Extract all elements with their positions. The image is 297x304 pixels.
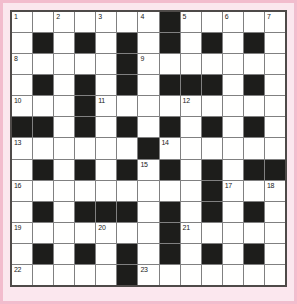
black-cell-r10c12 xyxy=(244,202,264,222)
black-cell-r10c10 xyxy=(202,202,222,222)
cell-r11c4[interactable] xyxy=(75,223,95,243)
clue-number-16: 16 xyxy=(14,181,21,190)
clue-number-17: 17 xyxy=(225,181,232,190)
black-cell-r6c4 xyxy=(75,117,95,137)
cell-r13c3[interactable] xyxy=(54,265,74,285)
black-cell-r4c8 xyxy=(160,75,180,95)
black-cell-r12c2 xyxy=(33,244,53,264)
cell-r1c12[interactable] xyxy=(244,12,264,32)
cell-r4c5[interactable] xyxy=(96,75,116,95)
cell-r1c3[interactable]: 2 xyxy=(54,12,74,32)
black-cell-r2c6 xyxy=(117,33,137,53)
black-cell-r13c6 xyxy=(117,265,137,285)
black-cell-r8c2 xyxy=(33,160,53,180)
cell-r11c1[interactable]: 19 xyxy=(12,223,32,243)
cell-r8c1[interactable] xyxy=(12,160,32,180)
cell-r13c5[interactable] xyxy=(96,265,116,285)
cell-r6c13[interactable] xyxy=(265,117,285,137)
cell-r9c3[interactable] xyxy=(54,181,74,201)
cell-r8c5[interactable] xyxy=(96,160,116,180)
cell-r5c11[interactable] xyxy=(223,96,243,116)
cell-r9c5[interactable] xyxy=(96,181,116,201)
black-cell-r8c8 xyxy=(160,160,180,180)
black-cell-r4c6 xyxy=(117,75,137,95)
cell-r1c2[interactable] xyxy=(33,12,53,32)
cell-r6c3[interactable] xyxy=(54,117,74,137)
cell-r11c11[interactable] xyxy=(223,223,243,243)
cell-r7c10[interactable] xyxy=(202,138,222,158)
cell-r1c10[interactable] xyxy=(202,12,222,32)
black-cell-r4c10 xyxy=(202,75,222,95)
black-cell-r2c12 xyxy=(244,33,264,53)
black-cell-r8c6 xyxy=(117,160,137,180)
cell-r6c9[interactable] xyxy=(181,117,201,137)
cell-r1c5[interactable]: 3 xyxy=(96,12,116,32)
cell-r13c1[interactable]: 22 xyxy=(12,265,32,285)
cell-r2c7[interactable] xyxy=(138,33,158,53)
black-cell-r8c10 xyxy=(202,160,222,180)
black-cell-r10c4 xyxy=(75,202,95,222)
cell-r7c12[interactable] xyxy=(244,138,264,158)
black-cell-r8c12 xyxy=(244,160,264,180)
cell-r13c8[interactable] xyxy=(160,265,180,285)
cell-r3c9[interactable] xyxy=(181,54,201,74)
black-cell-r4c9 xyxy=(181,75,201,95)
cell-r2c11[interactable] xyxy=(223,33,243,53)
clue-number-8: 8 xyxy=(14,54,18,63)
cell-r5c12[interactable] xyxy=(244,96,264,116)
cell-r11c13[interactable] xyxy=(265,223,285,243)
cell-r9c11[interactable]: 17 xyxy=(223,181,243,201)
clue-number-4: 4 xyxy=(140,12,144,21)
cell-r3c7[interactable]: 9 xyxy=(138,54,158,74)
cell-r10c3[interactable] xyxy=(54,202,74,222)
page-background: 1234567891011121314151617181920212223 xyxy=(0,0,297,304)
cell-r7c4[interactable] xyxy=(75,138,95,158)
cell-r1c13[interactable]: 7 xyxy=(265,12,285,32)
cell-r7c6[interactable] xyxy=(117,138,137,158)
cell-r3c1[interactable]: 8 xyxy=(12,54,32,74)
cell-r5c13[interactable] xyxy=(265,96,285,116)
black-cell-r6c8 xyxy=(160,117,180,137)
cell-r2c9[interactable] xyxy=(181,33,201,53)
clue-number-10: 10 xyxy=(14,96,21,105)
black-cell-r12c8 xyxy=(160,244,180,264)
cell-r5c7[interactable] xyxy=(138,96,158,116)
cell-r12c9[interactable] xyxy=(181,244,201,264)
black-cell-r10c6 xyxy=(117,202,137,222)
cell-r9c6[interactable] xyxy=(117,181,137,201)
black-cell-r3c6 xyxy=(117,54,137,74)
clue-number-6: 6 xyxy=(225,12,229,21)
cell-r8c7[interactable]: 15 xyxy=(138,160,158,180)
black-cell-r4c4 xyxy=(75,75,95,95)
cell-r13c4[interactable] xyxy=(75,265,95,285)
clue-number-12: 12 xyxy=(183,96,190,105)
cell-r12c3[interactable] xyxy=(54,244,74,264)
clue-number-21: 21 xyxy=(183,223,190,232)
black-cell-r10c8 xyxy=(160,202,180,222)
cell-r5c9[interactable]: 12 xyxy=(181,96,201,116)
clue-number-15: 15 xyxy=(140,160,147,169)
cell-r9c4[interactable] xyxy=(75,181,95,201)
cell-r5c8[interactable] xyxy=(160,96,180,116)
cell-r11c7[interactable] xyxy=(138,223,158,243)
black-cell-r6c1 xyxy=(12,117,32,137)
cell-r5c5[interactable]: 11 xyxy=(96,96,116,116)
clue-number-13: 13 xyxy=(14,138,21,147)
black-cell-r7c7 xyxy=(138,138,158,158)
clue-number-22: 22 xyxy=(14,265,21,274)
cell-r13c2[interactable] xyxy=(33,265,53,285)
cell-r12c7[interactable] xyxy=(138,244,158,264)
black-cell-r5c4 xyxy=(75,96,95,116)
black-cell-r2c2 xyxy=(33,33,53,53)
cell-r12c5[interactable] xyxy=(96,244,116,264)
clue-number-18: 18 xyxy=(267,181,274,190)
cell-r8c3[interactable] xyxy=(54,160,74,180)
cell-r1c11[interactable]: 6 xyxy=(223,12,243,32)
cell-r2c5[interactable] xyxy=(96,33,116,53)
cell-r7c2[interactable] xyxy=(33,138,53,158)
cell-r7c5[interactable] xyxy=(96,138,116,158)
cell-r11c9[interactable]: 21 xyxy=(181,223,201,243)
cell-r3c8[interactable] xyxy=(160,54,180,74)
cell-r11c12[interactable] xyxy=(244,223,264,243)
cell-r6c7[interactable] xyxy=(138,117,158,137)
black-cell-r8c4 xyxy=(75,160,95,180)
black-cell-r12c10 xyxy=(202,244,222,264)
black-cell-r2c8 xyxy=(160,33,180,53)
cell-r11c3[interactable] xyxy=(54,223,74,243)
cell-r8c11[interactable] xyxy=(223,160,243,180)
cell-r5c2[interactable] xyxy=(33,96,53,116)
black-cell-r6c6 xyxy=(117,117,137,137)
cell-r3c12[interactable] xyxy=(244,54,264,74)
cell-r4c1[interactable] xyxy=(12,75,32,95)
cell-r9c9[interactable] xyxy=(181,181,201,201)
cell-r6c5[interactable] xyxy=(96,117,116,137)
cell-r7c9[interactable] xyxy=(181,138,201,158)
cell-r2c3[interactable] xyxy=(54,33,74,53)
cell-r9c2[interactable] xyxy=(33,181,53,201)
cell-r9c8[interactable] xyxy=(160,181,180,201)
black-cell-r4c2 xyxy=(33,75,53,95)
cell-r11c2[interactable] xyxy=(33,223,53,243)
black-cell-r12c12 xyxy=(244,244,264,264)
black-cell-r9c10 xyxy=(202,181,222,201)
cell-r7c13[interactable] xyxy=(265,138,285,158)
cell-r1c7[interactable]: 4 xyxy=(138,12,158,32)
black-cell-r4c12 xyxy=(244,75,264,95)
cell-r13c13[interactable] xyxy=(265,265,285,285)
cell-r10c7[interactable] xyxy=(138,202,158,222)
black-cell-r8c13 xyxy=(265,160,285,180)
cell-r3c13[interactable] xyxy=(265,54,285,74)
cell-r1c1[interactable]: 1 xyxy=(12,12,32,32)
cell-r13c7[interactable]: 23 xyxy=(138,265,158,285)
cell-r11c10[interactable] xyxy=(202,223,222,243)
cell-r9c13[interactable]: 18 xyxy=(265,181,285,201)
cell-r7c1[interactable]: 13 xyxy=(12,138,32,158)
clue-number-19: 19 xyxy=(14,223,21,232)
cell-r11c5[interactable]: 20 xyxy=(96,223,116,243)
cell-r4c11[interactable] xyxy=(223,75,243,95)
cell-r10c9[interactable] xyxy=(181,202,201,222)
cell-r1c4[interactable] xyxy=(75,12,95,32)
cell-r10c11[interactable] xyxy=(223,202,243,222)
cell-r11c6[interactable] xyxy=(117,223,137,243)
cell-r3c11[interactable] xyxy=(223,54,243,74)
black-cell-r11c8 xyxy=(160,223,180,243)
cell-r10c13[interactable] xyxy=(265,202,285,222)
black-cell-r2c10 xyxy=(202,33,222,53)
black-cell-r6c12 xyxy=(244,117,264,137)
cell-r9c1[interactable]: 16 xyxy=(12,181,32,201)
black-cell-r6c10 xyxy=(202,117,222,137)
black-cell-r1c8 xyxy=(160,12,180,32)
clue-number-14: 14 xyxy=(162,138,169,147)
cell-r1c9[interactable]: 5 xyxy=(181,12,201,32)
clue-number-5: 5 xyxy=(183,12,187,21)
cell-r13c11[interactable] xyxy=(223,265,243,285)
cell-r7c3[interactable] xyxy=(54,138,74,158)
cell-r5c1[interactable]: 10 xyxy=(12,96,32,116)
cell-r12c11[interactable] xyxy=(223,244,243,264)
cell-r13c9[interactable] xyxy=(181,265,201,285)
black-cell-r6c2 xyxy=(33,117,53,137)
cell-r5c6[interactable] xyxy=(117,96,137,116)
cell-r7c8[interactable]: 14 xyxy=(160,138,180,158)
cell-r4c3[interactable] xyxy=(54,75,74,95)
clue-number-7: 7 xyxy=(267,12,271,21)
cell-r1c6[interactable] xyxy=(117,12,137,32)
cell-r4c7[interactable] xyxy=(138,75,158,95)
cell-r2c1[interactable] xyxy=(12,33,32,53)
cell-r13c12[interactable] xyxy=(244,265,264,285)
cell-r5c10[interactable] xyxy=(202,96,222,116)
clue-number-9: 9 xyxy=(140,54,144,63)
clue-number-2: 2 xyxy=(56,12,60,21)
cell-r13c10[interactable] xyxy=(202,265,222,285)
cell-r3c4[interactable] xyxy=(75,54,95,74)
cell-r10c1[interactable] xyxy=(12,202,32,222)
clue-number-20: 20 xyxy=(98,223,105,232)
cell-r2c13[interactable] xyxy=(265,33,285,53)
cell-r3c10[interactable] xyxy=(202,54,222,74)
cell-r7c11[interactable] xyxy=(223,138,243,158)
cell-r3c3[interactable] xyxy=(54,54,74,74)
cell-r8c9[interactable] xyxy=(181,160,201,180)
black-cell-r12c6 xyxy=(117,244,137,264)
cell-r6c11[interactable] xyxy=(223,117,243,137)
cell-r12c13[interactable] xyxy=(265,244,285,264)
crossword-grid: 1234567891011121314151617181920212223 xyxy=(10,10,287,287)
clue-number-3: 3 xyxy=(98,12,102,21)
cell-r3c5[interactable] xyxy=(96,54,116,74)
cell-r9c7[interactable] xyxy=(138,181,158,201)
black-cell-r2c4 xyxy=(75,33,95,53)
cell-r4c13[interactable] xyxy=(265,75,285,95)
clue-number-23: 23 xyxy=(140,265,147,274)
cell-r9c12[interactable] xyxy=(244,181,264,201)
black-cell-r12c4 xyxy=(75,244,95,264)
clue-number-11: 11 xyxy=(98,96,105,105)
cell-r5c3[interactable] xyxy=(54,96,74,116)
black-cell-r10c2 xyxy=(33,202,53,222)
cell-r3c2[interactable] xyxy=(33,54,53,74)
clue-number-1: 1 xyxy=(14,12,18,21)
black-cell-r10c5 xyxy=(96,202,116,222)
cell-r12c1[interactable] xyxy=(12,244,32,264)
